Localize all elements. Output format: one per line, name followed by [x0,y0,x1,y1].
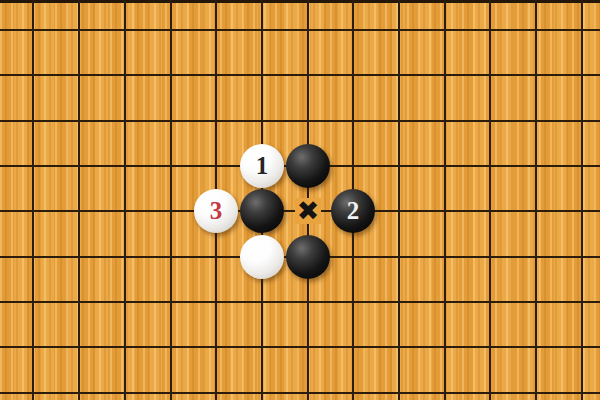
grid-line-vertical [398,0,400,400]
grid-line-vertical [170,0,172,400]
grid-line-vertical [32,0,34,400]
stone-black [286,235,330,279]
grid-line-horizontal [0,301,600,303]
grid-line-vertical [489,0,491,400]
grid-line-vertical [535,0,537,400]
move-number-label: 1 [256,153,269,178]
grid-line-horizontal [0,120,600,122]
grid-line-vertical [581,0,583,400]
board-top-edge-line [0,0,600,3]
grid-line-vertical [444,0,446,400]
grid-line-horizontal [0,29,600,31]
stone-black: 2 [331,189,375,233]
stone-white: 1 [240,144,284,188]
move-number-label: 2 [347,198,360,223]
stone-white: 3 [194,189,238,233]
grid-line-horizontal [0,346,600,348]
move-number-label: 3 [210,198,223,223]
grid-line-horizontal [0,74,600,76]
stone-black [286,144,330,188]
x-mark: ✖ [295,198,321,224]
stone-black [240,189,284,233]
x-mark-glyph: ✖ [297,197,320,224]
grid-line-horizontal [0,392,600,394]
stone-white [240,235,284,279]
go-board[interactable]: ✖132 [0,0,600,400]
grid-line-vertical [78,0,80,400]
grid-line-vertical [124,0,126,400]
